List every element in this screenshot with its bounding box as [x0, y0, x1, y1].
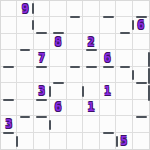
cell-r1c4[interactable]	[50, 1, 66, 17]
cell-r9c5[interactable]	[67, 133, 83, 149]
cell-r9c4[interactable]	[50, 133, 66, 149]
cell-r6c4[interactable]	[50, 83, 66, 99]
cell-r5c8[interactable]	[116, 67, 132, 83]
cell-r3c7[interactable]	[100, 34, 116, 50]
cell-r3c2[interactable]	[17, 34, 33, 50]
cell-r1c6[interactable]	[83, 1, 99, 17]
cell-r2c9[interactable]: 6	[133, 17, 149, 33]
cell-r3c9[interactable]	[133, 34, 149, 50]
sudoku-board: 968276316135	[0, 0, 150, 150]
cell-r5c9[interactable]	[133, 67, 149, 83]
cell-r7c1[interactable]	[1, 100, 17, 116]
given-digit: 1	[104, 85, 111, 97]
cell-r6c7[interactable]: 1	[100, 83, 116, 99]
given-digit: 7	[38, 52, 45, 64]
cell-r8c6[interactable]	[83, 116, 99, 132]
cell-r6c1[interactable]	[1, 83, 17, 99]
cell-r4c6[interactable]	[83, 50, 99, 66]
cell-r3c1[interactable]	[1, 34, 17, 50]
cell-r1c1[interactable]	[1, 1, 17, 17]
cell-r6c8[interactable]	[116, 83, 132, 99]
cell-r4c4[interactable]	[50, 50, 66, 66]
given-digit: 1	[87, 101, 94, 113]
cell-r2c6[interactable]	[83, 17, 99, 33]
cell-r2c8[interactable]	[116, 17, 132, 33]
cell-r8c9[interactable]	[133, 116, 149, 132]
cell-r5c6[interactable]	[83, 67, 99, 83]
cell-r8c4[interactable]	[50, 116, 66, 132]
cell-r8c2[interactable]	[17, 116, 33, 132]
cell-r9c2[interactable]	[17, 133, 33, 149]
cell-r1c8[interactable]	[116, 1, 132, 17]
cell-r6c6[interactable]	[83, 83, 99, 99]
cell-r7c5[interactable]	[67, 100, 83, 116]
cell-r6c5[interactable]	[67, 83, 83, 99]
cell-r8c1[interactable]: 3	[1, 116, 17, 132]
cell-r9c6[interactable]	[83, 133, 99, 149]
cell-r2c5[interactable]	[67, 17, 83, 33]
cell-r7c8[interactable]	[116, 100, 132, 116]
cell-r4c2[interactable]	[17, 50, 33, 66]
cell-r4c8[interactable]	[116, 50, 132, 66]
cell-r3c4[interactable]: 8	[50, 34, 66, 50]
given-digit: 9	[22, 3, 29, 15]
cell-r9c3[interactable]	[34, 133, 50, 149]
cell-r3c3[interactable]	[34, 34, 50, 50]
cell-r8c3[interactable]	[34, 116, 50, 132]
given-digit: 8	[54, 36, 61, 48]
cell-r5c5[interactable]	[67, 67, 83, 83]
cell-r9c8[interactable]: 5	[116, 133, 132, 149]
cell-r2c4[interactable]	[50, 17, 66, 33]
cell-r8c7[interactable]	[100, 116, 116, 132]
given-digit: 3	[5, 118, 12, 130]
cell-r4c7[interactable]: 6	[100, 50, 116, 66]
cell-r4c5[interactable]	[67, 50, 83, 66]
cell-r8c5[interactable]	[67, 116, 83, 132]
cell-r7c2[interactable]	[17, 100, 33, 116]
cell-r9c7[interactable]	[100, 133, 116, 149]
cell-r5c7[interactable]	[100, 67, 116, 83]
cell-r7c6[interactable]: 1	[83, 100, 99, 116]
cell-r2c7[interactable]	[100, 17, 116, 33]
cell-r2c2[interactable]	[17, 17, 33, 33]
cell-r4c3[interactable]: 7	[34, 50, 50, 66]
cell-r6c3[interactable]: 3	[34, 83, 50, 99]
cell-r8c8[interactable]	[116, 116, 132, 132]
given-digit: 6	[137, 19, 144, 31]
cell-r3c6[interactable]: 2	[83, 34, 99, 50]
cell-r1c3[interactable]	[34, 1, 50, 17]
cell-r5c4[interactable]	[50, 67, 66, 83]
cell-r7c3[interactable]	[34, 100, 50, 116]
cell-r6c2[interactable]	[17, 83, 33, 99]
given-digit: 3	[38, 85, 45, 97]
cell-r5c3[interactable]	[34, 67, 50, 83]
given-digit: 5	[120, 135, 127, 147]
cell-r3c8[interactable]	[116, 34, 132, 50]
cell-r4c1[interactable]	[1, 50, 17, 66]
cell-r7c9[interactable]	[133, 100, 149, 116]
cell-r9c1[interactable]	[1, 133, 17, 149]
cell-r7c4[interactable]: 6	[50, 100, 66, 116]
cell-r2c3[interactable]	[34, 17, 50, 33]
cell-r1c9[interactable]	[133, 1, 149, 17]
cell-r9c9[interactable]	[133, 133, 149, 149]
given-digit: 6	[104, 52, 111, 64]
cell-r5c1[interactable]	[1, 67, 17, 83]
given-digit: 2	[87, 36, 94, 48]
cell-r4c9[interactable]	[133, 50, 149, 66]
cell-r1c2[interactable]: 9	[17, 1, 33, 17]
given-digit: 6	[54, 101, 61, 113]
cell-r7c7[interactable]	[100, 100, 116, 116]
cell-r1c5[interactable]	[67, 1, 83, 17]
cell-r1c7[interactable]	[100, 1, 116, 17]
cell-r2c1[interactable]	[1, 17, 17, 33]
cell-r3c5[interactable]	[67, 34, 83, 50]
cell-r6c9[interactable]	[133, 83, 149, 99]
cell-r5c2[interactable]	[17, 67, 33, 83]
